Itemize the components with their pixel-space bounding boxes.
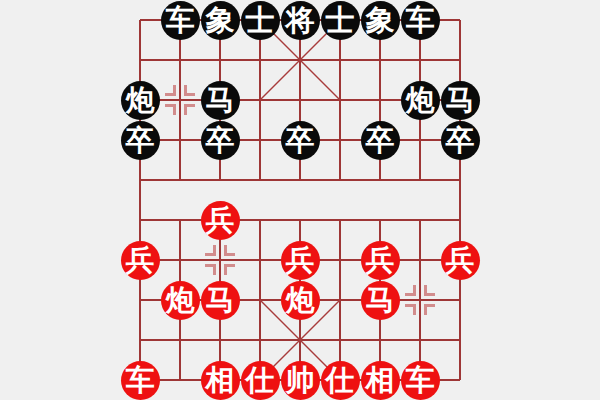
piece-red[interactable]: 兵	[361, 241, 400, 280]
piece-red[interactable]: 帅	[281, 361, 320, 400]
board-point: 将	[280, 0, 320, 40]
board-point: 相	[360, 360, 400, 400]
board-point: 士	[240, 0, 280, 40]
piece-black[interactable]: 车	[161, 1, 200, 40]
board-point: 马	[200, 80, 240, 120]
board-point: 兵	[120, 240, 160, 280]
piece-red[interactable]: 仕	[321, 361, 360, 400]
board-point: 兵	[280, 240, 320, 280]
piece-red[interactable]: 马	[361, 281, 400, 320]
piece-black[interactable]: 卒	[121, 121, 160, 160]
piece-red[interactable]: 兵	[281, 241, 320, 280]
marker-bracket-icon	[184, 85, 195, 96]
marker-bracket-icon	[165, 85, 176, 96]
board-point: 象	[200, 0, 240, 40]
marker-bracket-icon	[405, 285, 416, 296]
board-point: 卒	[120, 120, 160, 160]
marker-bracket-icon	[165, 104, 176, 115]
board-point: 士	[320, 0, 360, 40]
board-point: 炮	[120, 80, 160, 120]
piece-black[interactable]: 士	[321, 1, 360, 40]
piece-red[interactable]: 仕	[241, 361, 280, 400]
piece-red[interactable]: 相	[201, 361, 240, 400]
piece-red[interactable]: 炮	[161, 281, 200, 320]
board-point: 帅	[280, 360, 320, 400]
piece-black[interactable]: 卒	[201, 121, 240, 160]
board-point: 车	[160, 0, 200, 40]
board-point: 仕	[240, 360, 280, 400]
board-point: 卒	[280, 120, 320, 160]
board-point: 仕	[320, 360, 360, 400]
xiangqi-board[interactable]: 车象士将士象车炮马炮马卒卒卒卒卒兵兵兵兵兵炮马炮马车相仕帅仕相车	[120, 0, 480, 400]
marker-bracket-icon	[224, 245, 235, 256]
piece-red[interactable]: 兵	[121, 241, 160, 280]
board-point: 卒	[200, 120, 240, 160]
piece-red[interactable]: 车	[401, 361, 440, 400]
xiangqi-diagram: 车象士将士象车炮马炮马卒卒卒卒卒兵兵兵兵兵炮马炮马车相仕帅仕相车	[0, 0, 600, 400]
piece-red[interactable]: 马	[201, 281, 240, 320]
board-point: 象	[360, 0, 400, 40]
piece-black[interactable]: 马	[201, 81, 240, 120]
piece-black[interactable]: 将	[281, 1, 320, 40]
marker-bracket-icon	[405, 304, 416, 315]
piece-black[interactable]: 卒	[281, 121, 320, 160]
piece-red[interactable]: 相	[361, 361, 400, 400]
piece-red[interactable]: 车	[121, 361, 160, 400]
board-point: 马	[360, 280, 400, 320]
board-point: 兵	[360, 240, 400, 280]
board-point: 卒	[360, 120, 400, 160]
board-point: 马	[200, 280, 240, 320]
board-point: 马	[440, 80, 480, 120]
board-point: 炮	[400, 80, 440, 120]
board-point: 车	[400, 360, 440, 400]
board-point: 车	[400, 0, 440, 40]
piece-black[interactable]: 马	[441, 81, 480, 120]
board-point: 兵	[200, 200, 240, 240]
piece-black[interactable]: 象	[361, 1, 400, 40]
marker-bracket-icon	[205, 264, 216, 275]
piece-red[interactable]: 炮	[281, 281, 320, 320]
marker-bracket-icon	[424, 285, 435, 296]
piece-red[interactable]: 兵	[441, 241, 480, 280]
board-point: 炮	[160, 280, 200, 320]
piece-black[interactable]: 士	[241, 1, 280, 40]
board-point: 相	[200, 360, 240, 400]
piece-black[interactable]: 卒	[441, 121, 480, 160]
marker-bracket-icon	[224, 264, 235, 275]
point-marker	[160, 80, 200, 120]
piece-black[interactable]: 炮	[121, 81, 160, 120]
piece-black[interactable]: 车	[401, 1, 440, 40]
piece-black[interactable]: 炮	[401, 81, 440, 120]
board-point: 兵	[440, 240, 480, 280]
board-point: 炮	[280, 280, 320, 320]
board-point: 车	[120, 360, 160, 400]
marker-bracket-icon	[424, 304, 435, 315]
point-marker	[400, 280, 440, 320]
board-point: 卒	[440, 120, 480, 160]
marker-bracket-icon	[184, 104, 195, 115]
marker-bracket-icon	[205, 245, 216, 256]
point-marker	[200, 240, 240, 280]
piece-black[interactable]: 象	[201, 1, 240, 40]
piece-red[interactable]: 兵	[201, 201, 240, 240]
piece-black[interactable]: 卒	[361, 121, 400, 160]
